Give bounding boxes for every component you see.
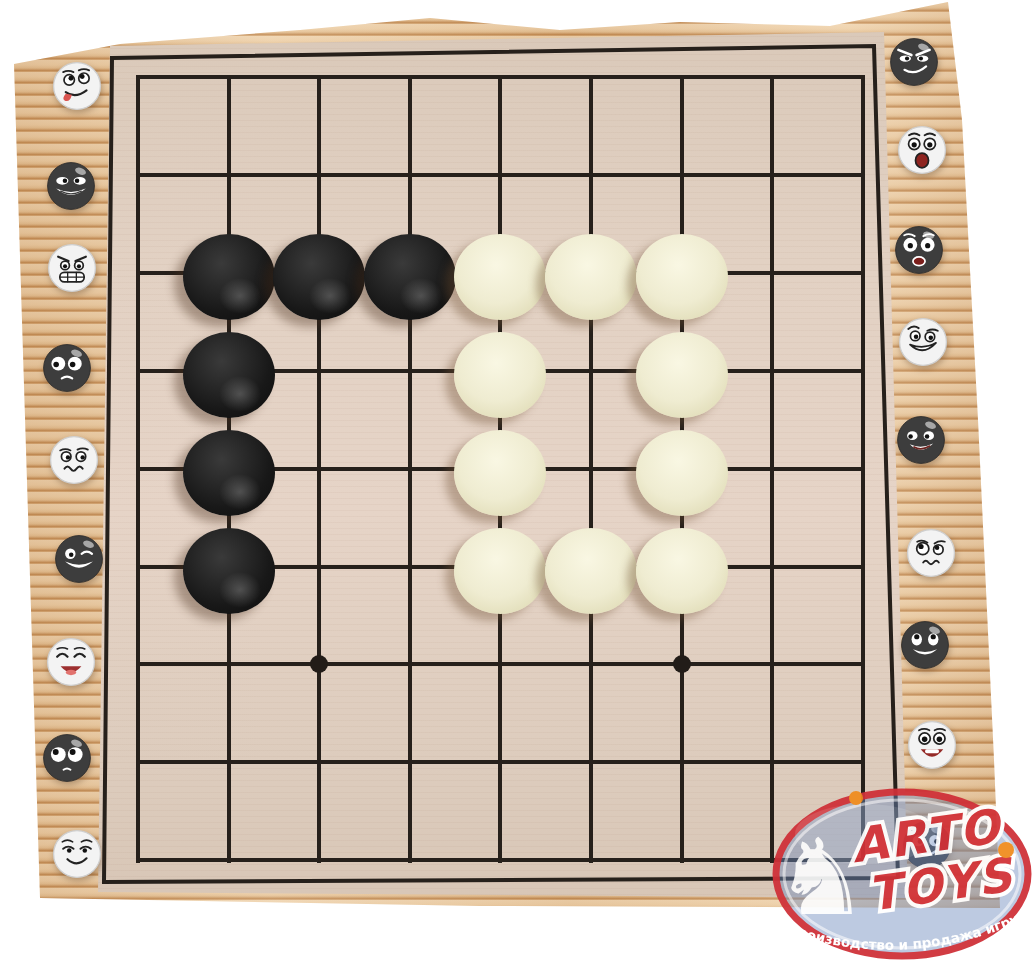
white-stone <box>545 234 637 320</box>
sticker-black-wink-icon <box>53 533 105 585</box>
sticker-white-annoyed-icon <box>48 434 100 486</box>
black-stone <box>183 430 275 516</box>
white-stone <box>454 234 546 320</box>
sticker-white-pleading-icon <box>905 527 957 579</box>
grid-line-vertical <box>861 75 865 863</box>
sticker-white-excited-icon <box>906 719 958 771</box>
sticker-white-dreamy-icon <box>51 828 103 880</box>
sticker-black-scared-icon <box>893 224 945 276</box>
white-stone <box>454 430 546 516</box>
sticker-white-laughing-icon <box>45 636 97 688</box>
hoshi-star-point <box>673 655 691 673</box>
white-stone <box>454 332 546 418</box>
logo-accent-dot <box>998 842 1014 858</box>
go-board-product-photo: ♞ ARTO TOYS производство и продажа игруш… <box>0 0 1036 970</box>
white-stone <box>545 528 637 614</box>
black-stone <box>183 332 275 418</box>
sticker-black-happy-icon <box>895 414 947 466</box>
sticker-white-surprised-icon <box>896 124 948 176</box>
white-stone <box>636 332 728 418</box>
logo-accent-dot <box>849 791 863 805</box>
sticker-white-silly-tongue-icon <box>51 60 103 112</box>
white-stone <box>454 528 546 614</box>
white-stone <box>636 430 728 516</box>
sticker-black-sly-grin-icon <box>45 160 97 212</box>
white-stone <box>636 528 728 614</box>
black-stone <box>273 234 365 320</box>
sticker-white-angry-grit-icon <box>46 242 98 294</box>
grid-line-horizontal <box>136 858 865 862</box>
sticker-black-worried-icon <box>41 342 93 394</box>
grid-line-vertical <box>589 75 593 863</box>
sticker-white-cheeky-grin-icon <box>897 316 949 368</box>
sticker-black-puppy-eyes-icon <box>41 732 93 784</box>
grid-line-horizontal <box>136 760 865 764</box>
sticker-black-fierce-icon <box>888 36 940 88</box>
arto-toys-logo: ♞ ARTO TOYS производство и продажа игруш… <box>770 786 1034 970</box>
black-stone <box>364 234 456 320</box>
black-stone <box>183 234 275 320</box>
grid-line-horizontal <box>136 662 865 666</box>
go-grid <box>136 75 865 863</box>
black-stone <box>183 528 275 614</box>
grid-line-vertical <box>770 75 774 863</box>
white-stone <box>636 234 728 320</box>
hoshi-star-point <box>310 655 328 673</box>
sticker-black-content-icon <box>899 619 951 671</box>
